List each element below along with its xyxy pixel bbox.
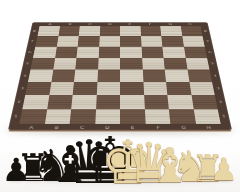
white-pawn: ♟ (209, 154, 240, 185)
pieces-row: ♟♜♞♝♛♚♚♛♝♞♜♟ (0, 0, 240, 192)
product-photo-frame: ABCDEFGH ABCDEFGH 87654321 87654321 ♟♜♞♝… (0, 0, 240, 192)
